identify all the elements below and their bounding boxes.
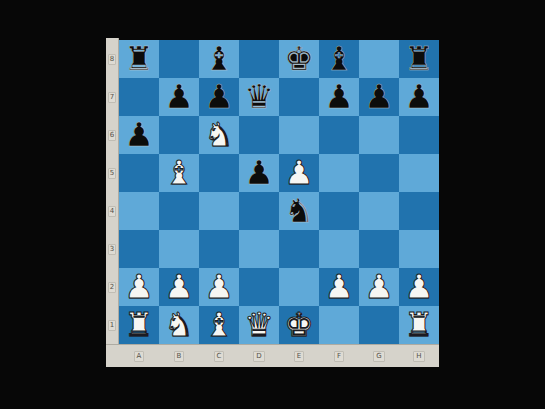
square-c6[interactable]: ♞: [199, 116, 239, 154]
file-label-a: A: [119, 345, 159, 368]
square-f8[interactable]: ♝: [319, 40, 359, 78]
square-b2[interactable]: ♟: [159, 268, 199, 306]
black-pawn[interactable]: ♟: [159, 78, 199, 116]
black-king[interactable]: ♚: [279, 40, 319, 78]
file-label-text: H: [413, 351, 424, 362]
square-h8[interactable]: ♜: [399, 40, 439, 78]
square-f4[interactable]: [319, 192, 359, 230]
white-rook[interactable]: ♜: [119, 306, 159, 344]
square-g6[interactable]: [359, 116, 399, 154]
rank-label-text: 4: [108, 206, 116, 217]
square-e6[interactable]: [279, 116, 319, 154]
square-d6[interactable]: [239, 116, 279, 154]
square-g1[interactable]: [359, 306, 399, 344]
square-h6[interactable]: [399, 116, 439, 154]
chess-board: ♜♝♚♝♜♟♟♛♟♟♟♟♞♝♟♟♞♟♟♟♟♟♟♜♞♝♛♚♜: [119, 40, 439, 344]
chess-board-window: 87654321 ♜♝♚♝♜♟♟♛♟♟♟♟♞♝♟♟♞♟♟♟♟♟♟♜♞♝♛♚♜ A…: [106, 38, 439, 367]
black-knight[interactable]: ♞: [279, 192, 319, 230]
file-label-text: B: [174, 351, 185, 362]
square-a1[interactable]: ♜: [119, 306, 159, 344]
rank-label-3: 3: [107, 230, 117, 268]
square-a7[interactable]: [119, 78, 159, 116]
square-a5[interactable]: [119, 154, 159, 192]
file-ruler: ABCDEFGH: [106, 344, 439, 367]
rank-label-5: 5: [107, 154, 117, 192]
square-g4[interactable]: [359, 192, 399, 230]
black-pawn[interactable]: ♟: [399, 78, 439, 116]
file-label-f: F: [319, 345, 359, 368]
file-label-text: F: [334, 351, 344, 362]
square-e4[interactable]: ♞: [279, 192, 319, 230]
white-pawn[interactable]: ♟: [359, 268, 399, 306]
square-b5[interactable]: ♝: [159, 154, 199, 192]
square-c8[interactable]: ♝: [199, 40, 239, 78]
square-b8[interactable]: [159, 40, 199, 78]
square-e8[interactable]: ♚: [279, 40, 319, 78]
file-label-text: G: [373, 351, 384, 362]
square-f2[interactable]: ♟: [319, 268, 359, 306]
square-d4[interactable]: [239, 192, 279, 230]
square-b4[interactable]: [159, 192, 199, 230]
square-h4[interactable]: [399, 192, 439, 230]
square-c4[interactable]: [199, 192, 239, 230]
square-a2[interactable]: ♟: [119, 268, 159, 306]
square-b3[interactable]: [159, 230, 199, 268]
square-d3[interactable]: [239, 230, 279, 268]
white-rook[interactable]: ♜: [399, 306, 439, 344]
rank-label-text: 3: [108, 244, 116, 255]
square-e2[interactable]: [279, 268, 319, 306]
black-bishop[interactable]: ♝: [199, 40, 239, 78]
white-pawn[interactable]: ♟: [199, 268, 239, 306]
square-h1[interactable]: ♜: [399, 306, 439, 344]
rank-label-text: 1: [108, 320, 116, 331]
square-g8[interactable]: [359, 40, 399, 78]
rank-label-4: 4: [107, 192, 117, 230]
file-label-c: C: [199, 345, 239, 368]
square-h3[interactable]: [399, 230, 439, 268]
white-pawn[interactable]: ♟: [319, 268, 359, 306]
file-label-g: G: [359, 345, 399, 368]
black-pawn[interactable]: ♟: [239, 154, 279, 192]
white-knight[interactable]: ♞: [159, 306, 199, 344]
rank-label-6: 6: [107, 116, 117, 154]
square-f6[interactable]: [319, 116, 359, 154]
black-bishop[interactable]: ♝: [319, 40, 359, 78]
file-label-e: E: [279, 345, 319, 368]
square-c3[interactable]: [199, 230, 239, 268]
black-rook[interactable]: ♜: [119, 40, 159, 78]
white-king[interactable]: ♚: [279, 306, 319, 344]
white-pawn[interactable]: ♟: [119, 268, 159, 306]
rank-label-text: 8: [108, 54, 116, 65]
square-d2[interactable]: [239, 268, 279, 306]
square-e1[interactable]: ♚: [279, 306, 319, 344]
file-label-text: A: [134, 351, 145, 362]
rank-ruler: 87654321: [106, 38, 119, 367]
white-pawn[interactable]: ♟: [279, 154, 319, 192]
rank-label-text: 5: [108, 168, 116, 179]
square-c1[interactable]: ♝: [199, 306, 239, 344]
square-f1[interactable]: [319, 306, 359, 344]
rank-label-text: 7: [108, 92, 116, 103]
square-e7[interactable]: [279, 78, 319, 116]
rank-label-2: 2: [107, 268, 117, 306]
file-label-text: E: [294, 351, 304, 362]
black-pawn[interactable]: ♟: [319, 78, 359, 116]
file-label-text: C: [214, 351, 225, 362]
square-g3[interactable]: [359, 230, 399, 268]
square-b1[interactable]: ♞: [159, 306, 199, 344]
black-pawn[interactable]: ♟: [199, 78, 239, 116]
white-knight[interactable]: ♞: [199, 116, 239, 154]
square-a4[interactable]: [119, 192, 159, 230]
square-a8[interactable]: ♜: [119, 40, 159, 78]
square-d5[interactable]: ♟: [239, 154, 279, 192]
square-b6[interactable]: [159, 116, 199, 154]
rank-label-text: 2: [108, 282, 116, 293]
file-label-b: B: [159, 345, 199, 368]
file-label-h: H: [399, 345, 439, 368]
square-h2[interactable]: ♟: [399, 268, 439, 306]
square-a3[interactable]: [119, 230, 159, 268]
square-a6[interactable]: ♟: [119, 116, 159, 154]
square-e5[interactable]: ♟: [279, 154, 319, 192]
square-h5[interactable]: [399, 154, 439, 192]
square-b7[interactable]: ♟: [159, 78, 199, 116]
white-pawn[interactable]: ♟: [399, 268, 439, 306]
square-c2[interactable]: ♟: [199, 268, 239, 306]
white-pawn[interactable]: ♟: [159, 268, 199, 306]
white-bishop[interactable]: ♝: [199, 306, 239, 344]
black-rook[interactable]: ♜: [399, 40, 439, 78]
white-bishop[interactable]: ♝: [159, 154, 199, 192]
black-pawn[interactable]: ♟: [359, 78, 399, 116]
square-f7[interactable]: ♟: [319, 78, 359, 116]
square-c7[interactable]: ♟: [199, 78, 239, 116]
black-pawn[interactable]: ♟: [119, 116, 159, 154]
square-c5[interactable]: [199, 154, 239, 192]
square-g5[interactable]: [359, 154, 399, 192]
white-queen[interactable]: ♛: [239, 306, 279, 344]
file-label-d: D: [239, 345, 279, 368]
square-f3[interactable]: [319, 230, 359, 268]
rank-label-text: 6: [108, 130, 116, 141]
rank-label-7: 7: [107, 78, 117, 116]
square-f5[interactable]: [319, 154, 359, 192]
square-e3[interactable]: [279, 230, 319, 268]
square-g7[interactable]: ♟: [359, 78, 399, 116]
square-d1[interactable]: ♛: [239, 306, 279, 344]
square-d7[interactable]: ♛: [239, 78, 279, 116]
file-label-text: D: [253, 351, 264, 362]
square-d8[interactable]: [239, 40, 279, 78]
black-queen[interactable]: ♛: [239, 78, 279, 116]
square-h7[interactable]: ♟: [399, 78, 439, 116]
rank-label-1: 1: [107, 306, 117, 344]
rank-label-8: 8: [107, 40, 117, 78]
square-g2[interactable]: ♟: [359, 268, 399, 306]
